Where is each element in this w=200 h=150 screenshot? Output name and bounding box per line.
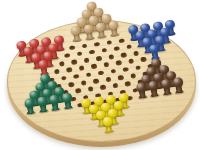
peg-brown[interactable] — [135, 82, 147, 99]
peg-head — [108, 20, 119, 31]
photo-scene — [0, 0, 200, 150]
peg-natural[interactable] — [83, 23, 95, 40]
hole[interactable] — [80, 80, 86, 85]
peg-natural[interactable] — [108, 20, 120, 37]
peg-head — [95, 21, 106, 32]
hole[interactable] — [113, 46, 119, 51]
hole[interactable] — [86, 72, 92, 77]
peg-brown[interactable] — [148, 80, 160, 97]
hole[interactable] — [128, 59, 134, 64]
peg-natural[interactable] — [95, 21, 107, 38]
hole[interactable] — [66, 67, 72, 72]
hole[interactable] — [108, 54, 114, 59]
peg-head — [149, 43, 160, 54]
hole[interactable] — [78, 66, 84, 71]
hole[interactable] — [82, 43, 88, 48]
peg-natural[interactable] — [70, 25, 82, 42]
hole[interactable] — [106, 40, 112, 45]
peg-grid — [0, 0, 200, 150]
hole[interactable] — [64, 53, 70, 58]
peg-brown[interactable] — [160, 79, 172, 96]
peg-head — [70, 25, 81, 36]
hole[interactable] — [89, 50, 95, 55]
hole[interactable] — [133, 51, 139, 56]
hole[interactable] — [69, 45, 75, 50]
hole[interactable] — [84, 58, 90, 63]
peg-green[interactable] — [61, 93, 73, 110]
peg-green[interactable] — [24, 98, 36, 115]
hole[interactable] — [140, 57, 146, 62]
hole[interactable] — [119, 38, 125, 43]
hole[interactable] — [71, 59, 77, 64]
hole[interactable] — [91, 64, 97, 69]
hole[interactable] — [68, 82, 74, 87]
peg-head — [83, 23, 94, 34]
hole[interactable] — [75, 88, 81, 93]
hole[interactable] — [135, 65, 141, 70]
hole[interactable] — [94, 41, 100, 46]
hole[interactable] — [98, 70, 104, 75]
hole[interactable] — [112, 83, 118, 88]
hole[interactable] — [61, 76, 67, 81]
hole[interactable] — [116, 60, 122, 65]
hole[interactable] — [76, 51, 82, 56]
hole[interactable] — [54, 69, 60, 74]
peg-head — [148, 80, 159, 91]
peg-head — [102, 116, 113, 127]
hole[interactable] — [126, 44, 132, 49]
hole[interactable] — [88, 87, 94, 92]
hole[interactable] — [110, 69, 116, 74]
hole[interactable] — [121, 52, 127, 57]
hole[interactable] — [123, 67, 129, 72]
hole[interactable] — [103, 62, 109, 67]
hole[interactable] — [118, 75, 124, 80]
hole[interactable] — [59, 61, 65, 66]
peg-yellow[interactable] — [102, 116, 114, 133]
hole[interactable] — [105, 77, 111, 82]
peg-head — [160, 79, 171, 90]
peg-head — [36, 96, 47, 107]
peg-head — [172, 77, 183, 88]
peg-head — [24, 98, 35, 109]
hole[interactable] — [96, 56, 102, 61]
peg-head — [49, 94, 60, 105]
hole[interactable] — [73, 74, 79, 79]
peg-green[interactable] — [49, 94, 61, 111]
peg-head — [37, 59, 48, 70]
peg-green[interactable] — [36, 96, 48, 113]
hole[interactable] — [125, 81, 131, 86]
hole[interactable] — [93, 78, 99, 83]
peg-head — [135, 82, 146, 93]
hole[interactable] — [130, 73, 136, 78]
hole[interactable] — [101, 48, 107, 53]
peg-brown[interactable] — [172, 77, 184, 94]
peg-head — [61, 93, 72, 104]
hole[interactable] — [100, 85, 106, 90]
